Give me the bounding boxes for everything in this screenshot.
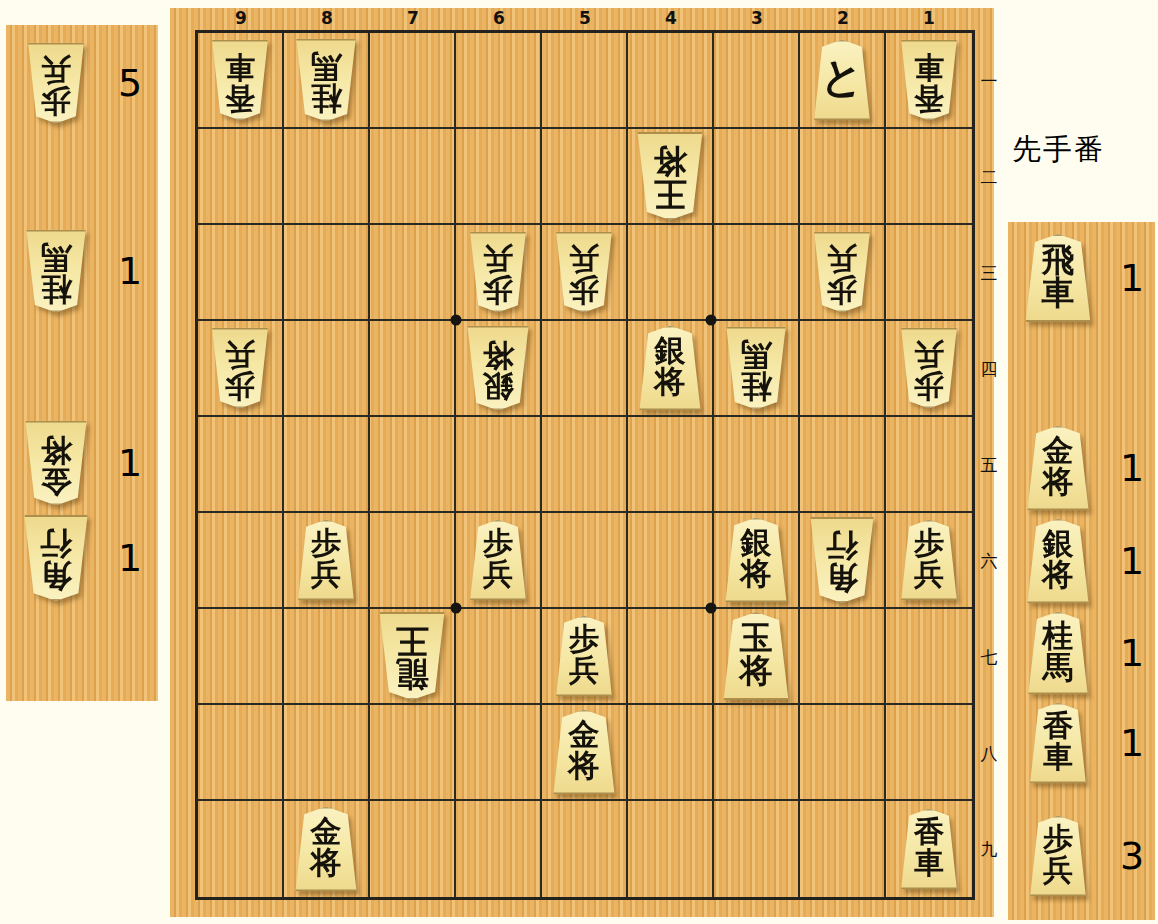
square-3八[interactable] (714, 705, 800, 801)
gote-hand-bishop-count: 1 (106, 515, 154, 601)
square-8三[interactable] (284, 225, 370, 321)
piece-kanji: 金将 (22, 422, 90, 497)
square-1五[interactable] (886, 417, 972, 513)
piece-kanji: 香車 (209, 41, 271, 112)
rank-label-3: 三 (977, 225, 1001, 321)
square-9五[interactable] (198, 417, 284, 513)
gote-hand-knight-count: 1 (106, 228, 154, 314)
piece-kanji: 歩兵 (553, 624, 615, 695)
square-7七[interactable]: 龍王 (370, 609, 456, 705)
square-4二[interactable]: 王将 (628, 129, 714, 225)
piece-kanji: 桂馬 (723, 328, 789, 401)
sente-hand-silver-count: 1 (1108, 518, 1156, 604)
rank-label-6: 六 (977, 513, 1001, 609)
piece-kanji: 銀将 (1024, 527, 1092, 602)
file-label-3: 3 (714, 8, 800, 28)
square-6三[interactable]: 歩兵 (456, 225, 542, 321)
turn-indicator: 先手番 (1012, 130, 1158, 170)
square-4八[interactable] (628, 705, 714, 801)
square-6一[interactable] (456, 33, 542, 129)
square-4四[interactable]: 銀将 (628, 321, 714, 417)
gote-bishop-piece[interactable]: 角行 (21, 515, 91, 601)
sente-hand-gold-count: 1 (1108, 425, 1156, 511)
square-5三[interactable]: 歩兵 (542, 225, 628, 321)
piece-kanji: 飛車 (1022, 243, 1094, 320)
piece-kanji: 歩兵 (898, 329, 960, 400)
square-7一[interactable] (370, 33, 456, 129)
star-point (706, 315, 717, 326)
piece-kanji: 香車 (898, 817, 960, 888)
star-point (451, 603, 462, 614)
square-9三[interactable] (198, 225, 284, 321)
file-label-4: 4 (628, 8, 714, 28)
square-1八[interactable] (886, 705, 972, 801)
piece-kanji: 桂馬 (1025, 620, 1091, 693)
sente-knight-piece[interactable]: 桂馬 (1025, 612, 1091, 695)
sente-hand-gold: 金将1 (1022, 425, 1152, 511)
square-3二[interactable] (714, 129, 800, 225)
sente-hand-knight-count: 1 (1108, 610, 1156, 696)
gote-gold-piece[interactable]: 金将 (22, 421, 90, 506)
square-2一[interactable]: と (800, 33, 886, 129)
sente-pawn-piece[interactable]: 歩兵 (553, 616, 615, 697)
square-2五[interactable] (800, 417, 886, 513)
gote-knight-piece[interactable]: 桂馬 (293, 39, 359, 122)
file-label-5: 5 (542, 8, 628, 28)
piece-kanji: 銀将 (722, 526, 790, 601)
sente-hand-silver: 銀将1 (1022, 518, 1152, 604)
file-label-6: 6 (456, 8, 542, 28)
sente-silver-piece[interactable]: 銀将 (636, 326, 704, 411)
file-label-2: 2 (800, 8, 886, 28)
piece-kanji: 桂馬 (293, 40, 359, 113)
sente-gold-piece[interactable]: 金将 (292, 807, 360, 892)
gote-pawn-piece[interactable]: 歩兵 (467, 232, 529, 313)
piece-kanji: 歩兵 (467, 528, 529, 599)
sente-lance-piece[interactable]: 香車 (1027, 703, 1089, 784)
rank-label-1: 一 (977, 33, 1001, 129)
rank-label-2: 二 (977, 129, 1001, 225)
square-3七[interactable]: 玉将 (714, 609, 800, 705)
square-1六[interactable]: 歩兵 (886, 513, 972, 609)
sente-hand-lance-count: 1 (1108, 700, 1156, 786)
piece-kanji: 角行 (21, 517, 91, 593)
square-1四[interactable]: 歩兵 (886, 321, 972, 417)
gote-king-piece[interactable]: 王将 (634, 132, 706, 220)
sente-lance-piece[interactable]: 香車 (898, 809, 960, 890)
square-1二[interactable] (886, 129, 972, 225)
gote-pawn-piece[interactable]: 歩兵 (25, 43, 87, 124)
square-7九[interactable] (370, 801, 456, 897)
square-2四[interactable] (800, 321, 886, 417)
square-9一[interactable]: 香車 (198, 33, 284, 129)
sente-hand-lance: 香車1 (1022, 700, 1152, 786)
gote-hand-pawn: 歩兵5 (20, 40, 150, 126)
gote-hand-gold: 金将1 (20, 420, 150, 506)
square-3五[interactable] (714, 417, 800, 513)
piece-kanji: 角行 (807, 519, 877, 595)
sente-hand-pawn-count: 3 (1108, 813, 1156, 899)
piece-kanji: 金将 (1024, 434, 1092, 509)
sente-pawn-piece[interactable]: 歩兵 (295, 520, 357, 601)
sente-hand-tray: 飛車1金将1銀将1桂馬1香車1歩兵3 (1008, 222, 1155, 920)
sente-gold-piece[interactable]: 金将 (1024, 426, 1092, 511)
square-5二[interactable] (542, 129, 628, 225)
piece-kanji: 歩兵 (811, 233, 873, 304)
piece-kanji: 金将 (292, 815, 360, 890)
piece-kanji: 歩兵 (25, 44, 87, 115)
square-3四[interactable]: 桂馬 (714, 321, 800, 417)
sente-tokin-piece[interactable]: と (811, 40, 873, 121)
square-9七[interactable] (198, 609, 284, 705)
square-4五[interactable] (628, 417, 714, 513)
sente-pawn-piece[interactable]: 歩兵 (898, 520, 960, 601)
rank-label-4: 四 (977, 321, 1001, 417)
square-4三[interactable] (628, 225, 714, 321)
square-6六[interactable]: 歩兵 (456, 513, 542, 609)
gote-hand-bishop: 角行1 (20, 515, 150, 601)
square-9九[interactable] (198, 801, 284, 897)
gote-knight-piece[interactable]: 桂馬 (23, 230, 89, 313)
square-4一[interactable] (628, 33, 714, 129)
piece-kanji: 銀将 (464, 327, 532, 402)
sente-silver-piece[interactable]: 銀将 (722, 518, 790, 603)
square-9六[interactable] (198, 513, 284, 609)
square-8一[interactable]: 桂馬 (284, 33, 370, 129)
square-2八[interactable] (800, 705, 886, 801)
square-6八[interactable] (456, 705, 542, 801)
square-7四[interactable] (370, 321, 456, 417)
piece-kanji: 歩兵 (295, 528, 357, 599)
sente-gold-piece[interactable]: 金将 (550, 710, 618, 795)
square-7五[interactable] (370, 417, 456, 513)
square-5六[interactable] (542, 513, 628, 609)
square-7三[interactable] (370, 225, 456, 321)
star-point (706, 603, 717, 614)
sente-king-piece[interactable]: 玉将 (720, 612, 792, 700)
square-8八[interactable] (284, 705, 370, 801)
square-9八[interactable] (198, 705, 284, 801)
gote-pawn-piece[interactable]: 歩兵 (553, 232, 615, 313)
square-9四[interactable]: 歩兵 (198, 321, 284, 417)
piece-kanji: 桂馬 (23, 231, 89, 304)
sente-pawn-piece[interactable]: 歩兵 (467, 520, 529, 601)
gote-hand-tray: 歩兵5桂馬1金将1角行1 (6, 25, 158, 701)
piece-kanji: 玉将 (720, 621, 792, 698)
square-4七[interactable] (628, 609, 714, 705)
square-6二[interactable] (456, 129, 542, 225)
piece-kanji: 王将 (634, 134, 706, 211)
square-2七[interactable] (800, 609, 886, 705)
rank-label-5: 五 (977, 417, 1001, 513)
square-7二[interactable] (370, 129, 456, 225)
piece-kanji: 香車 (1027, 711, 1089, 782)
square-9二[interactable] (198, 129, 284, 225)
square-8二[interactable] (284, 129, 370, 225)
gote-hand-pawn-count: 5 (106, 40, 154, 126)
square-4六[interactable] (628, 513, 714, 609)
square-5五[interactable] (542, 417, 628, 513)
sente-silver-piece[interactable]: 銀将 (1024, 519, 1092, 604)
gote-hand-knight: 桂馬1 (20, 228, 150, 314)
square-3六[interactable]: 銀将 (714, 513, 800, 609)
square-6四[interactable]: 銀将 (456, 321, 542, 417)
gote-knight-piece[interactable]: 桂馬 (723, 327, 789, 410)
square-8四[interactable] (284, 321, 370, 417)
square-8九[interactable]: 金将 (284, 801, 370, 897)
file-label-9: 9 (198, 8, 284, 28)
rank-label-9: 九 (977, 801, 1001, 897)
piece-kanji: 香車 (898, 41, 960, 112)
star-point (451, 315, 462, 326)
gote-pawn-piece[interactable]: 歩兵 (209, 328, 271, 409)
board-grid: 香車桂馬と香車王将歩兵歩兵歩兵歩兵銀将銀将桂馬歩兵歩兵歩兵銀将角行歩兵龍王歩兵玉… (195, 30, 975, 900)
square-7八[interactable] (370, 705, 456, 801)
square-4九[interactable] (628, 801, 714, 897)
rank-label-8: 八 (977, 705, 1001, 801)
sente-rook-piece[interactable]: 飛車 (1022, 234, 1094, 322)
square-2六[interactable]: 角行 (800, 513, 886, 609)
square-6七[interactable] (456, 609, 542, 705)
square-2三[interactable]: 歩兵 (800, 225, 886, 321)
square-5七[interactable]: 歩兵 (542, 609, 628, 705)
shogi-board: 987654321 香車桂馬と香車王将歩兵歩兵歩兵歩兵銀将銀将桂馬歩兵歩兵歩兵銀… (170, 8, 994, 917)
file-label-7: 7 (370, 8, 456, 28)
piece-kanji: 歩兵 (1027, 824, 1089, 895)
sente-hand-rook: 飛車1 (1022, 235, 1152, 321)
square-6九[interactable] (456, 801, 542, 897)
gote-lance-piece[interactable]: 香車 (209, 40, 271, 121)
file-label-8: 8 (284, 8, 370, 28)
piece-kanji: 歩兵 (553, 233, 615, 304)
square-2二[interactable] (800, 129, 886, 225)
square-8六[interactable]: 歩兵 (284, 513, 370, 609)
square-3九[interactable] (714, 801, 800, 897)
square-3三[interactable] (714, 225, 800, 321)
sente-hand-rook-count: 1 (1108, 235, 1156, 321)
piece-kanji: 龍王 (376, 614, 448, 691)
piece-kanji: 歩兵 (467, 233, 529, 304)
square-1九[interactable]: 香車 (886, 801, 972, 897)
gote-promoted-rook-piece[interactable]: 龍王 (376, 612, 448, 700)
rank-label-7: 七 (977, 609, 1001, 705)
piece-kanji: 歩兵 (209, 329, 271, 400)
file-label-1: 1 (886, 8, 972, 28)
piece-kanji: 歩兵 (898, 528, 960, 599)
square-5八[interactable]: 金将 (542, 705, 628, 801)
square-2九[interactable] (800, 801, 886, 897)
piece-kanji: 金将 (550, 718, 618, 793)
sente-pawn-piece[interactable]: 歩兵 (1027, 816, 1089, 897)
square-1一[interactable]: 香車 (886, 33, 972, 129)
sente-hand-knight: 桂馬1 (1022, 610, 1152, 696)
gote-pawn-piece[interactable]: 歩兵 (811, 232, 873, 313)
piece-kanji: と (811, 43, 873, 114)
gote-silver-piece[interactable]: 銀将 (464, 326, 532, 411)
square-6五[interactable] (456, 417, 542, 513)
square-1七[interactable] (886, 609, 972, 705)
square-5九[interactable] (542, 801, 628, 897)
square-3一[interactable] (714, 33, 800, 129)
gote-pawn-piece[interactable]: 歩兵 (898, 328, 960, 409)
sente-hand-pawn: 歩兵3 (1022, 813, 1152, 899)
square-5一[interactable] (542, 33, 628, 129)
gote-lance-piece[interactable]: 香車 (898, 40, 960, 121)
gote-hand-gold-count: 1 (106, 420, 154, 506)
square-1三[interactable] (886, 225, 972, 321)
square-5四[interactable] (542, 321, 628, 417)
square-7六[interactable] (370, 513, 456, 609)
square-8五[interactable] (284, 417, 370, 513)
gote-bishop-piece[interactable]: 角行 (807, 517, 877, 603)
piece-kanji: 銀将 (636, 334, 704, 409)
square-8七[interactable] (284, 609, 370, 705)
